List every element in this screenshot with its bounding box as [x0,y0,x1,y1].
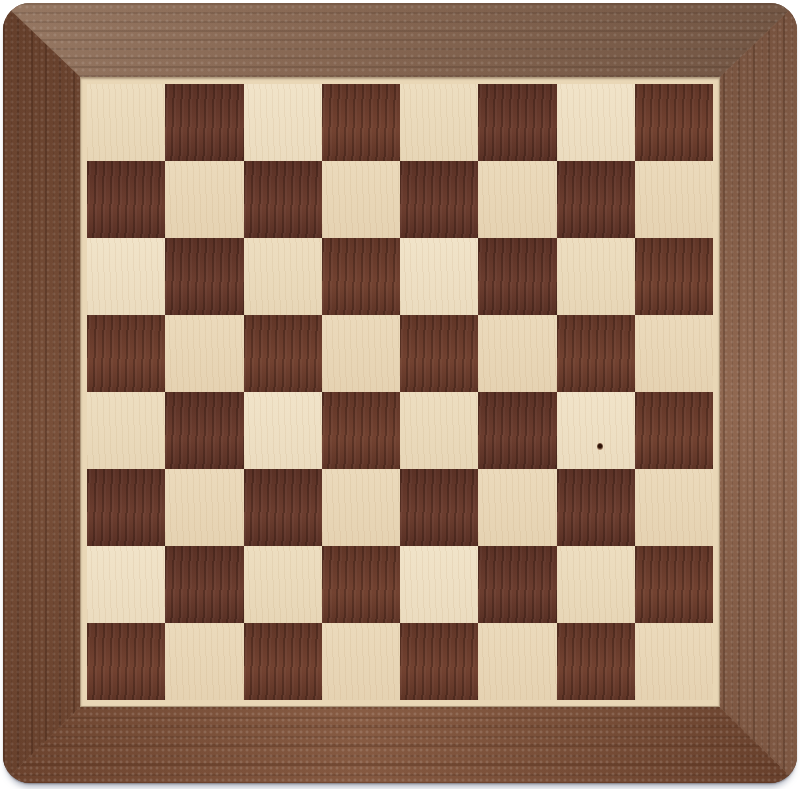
square-h3[interactable] [635,469,713,546]
square-h5[interactable] [635,315,713,392]
square-a3[interactable] [87,469,165,546]
square-g2[interactable] [557,546,635,623]
board-grid [87,84,713,700]
square-b7[interactable] [165,161,243,238]
square-e2[interactable] [400,546,478,623]
square-e3[interactable] [400,469,478,546]
square-b4[interactable] [165,392,243,469]
square-h1[interactable] [635,623,713,700]
square-e7[interactable] [400,161,478,238]
square-e6[interactable] [400,238,478,315]
square-h4[interactable] [635,392,713,469]
square-f8[interactable] [478,84,556,161]
square-g8[interactable] [557,84,635,161]
square-e4[interactable] [400,392,478,469]
square-d5[interactable] [322,315,400,392]
square-e8[interactable] [400,84,478,161]
square-d7[interactable] [322,161,400,238]
square-h6[interactable] [635,238,713,315]
square-f5[interactable] [478,315,556,392]
square-b8[interactable] [165,84,243,161]
square-a1[interactable] [87,623,165,700]
square-a2[interactable] [87,546,165,623]
square-b3[interactable] [165,469,243,546]
square-d8[interactable] [322,84,400,161]
square-b6[interactable] [165,238,243,315]
square-g4[interactable] [557,392,635,469]
square-h7[interactable] [635,161,713,238]
square-f3[interactable] [478,469,556,546]
square-f4[interactable] [478,392,556,469]
square-c6[interactable] [244,238,322,315]
square-b2[interactable] [165,546,243,623]
square-f7[interactable] [478,161,556,238]
square-c7[interactable] [244,161,322,238]
square-a7[interactable] [87,161,165,238]
square-g6[interactable] [557,238,635,315]
square-d6[interactable] [322,238,400,315]
square-e1[interactable] [400,623,478,700]
square-b1[interactable] [165,623,243,700]
square-a4[interactable] [87,392,165,469]
square-f6[interactable] [478,238,556,315]
square-g3[interactable] [557,469,635,546]
square-g5[interactable] [557,315,635,392]
square-a5[interactable] [87,315,165,392]
square-d2[interactable] [322,546,400,623]
square-b5[interactable] [165,315,243,392]
square-d4[interactable] [322,392,400,469]
square-c3[interactable] [244,469,322,546]
square-c4[interactable] [244,392,322,469]
square-c5[interactable] [244,315,322,392]
square-h2[interactable] [635,546,713,623]
wood-knot [597,443,603,450]
square-f2[interactable] [478,546,556,623]
square-d1[interactable] [322,623,400,700]
square-f1[interactable] [478,623,556,700]
square-c8[interactable] [244,84,322,161]
square-c2[interactable] [244,546,322,623]
square-a6[interactable] [87,238,165,315]
square-h8[interactable] [635,84,713,161]
square-g7[interactable] [557,161,635,238]
square-e5[interactable] [400,315,478,392]
square-d3[interactable] [322,469,400,546]
chess-board [3,3,797,783]
playing-field [80,77,720,707]
square-c1[interactable] [244,623,322,700]
square-a8[interactable] [87,84,165,161]
square-g1[interactable] [557,623,635,700]
